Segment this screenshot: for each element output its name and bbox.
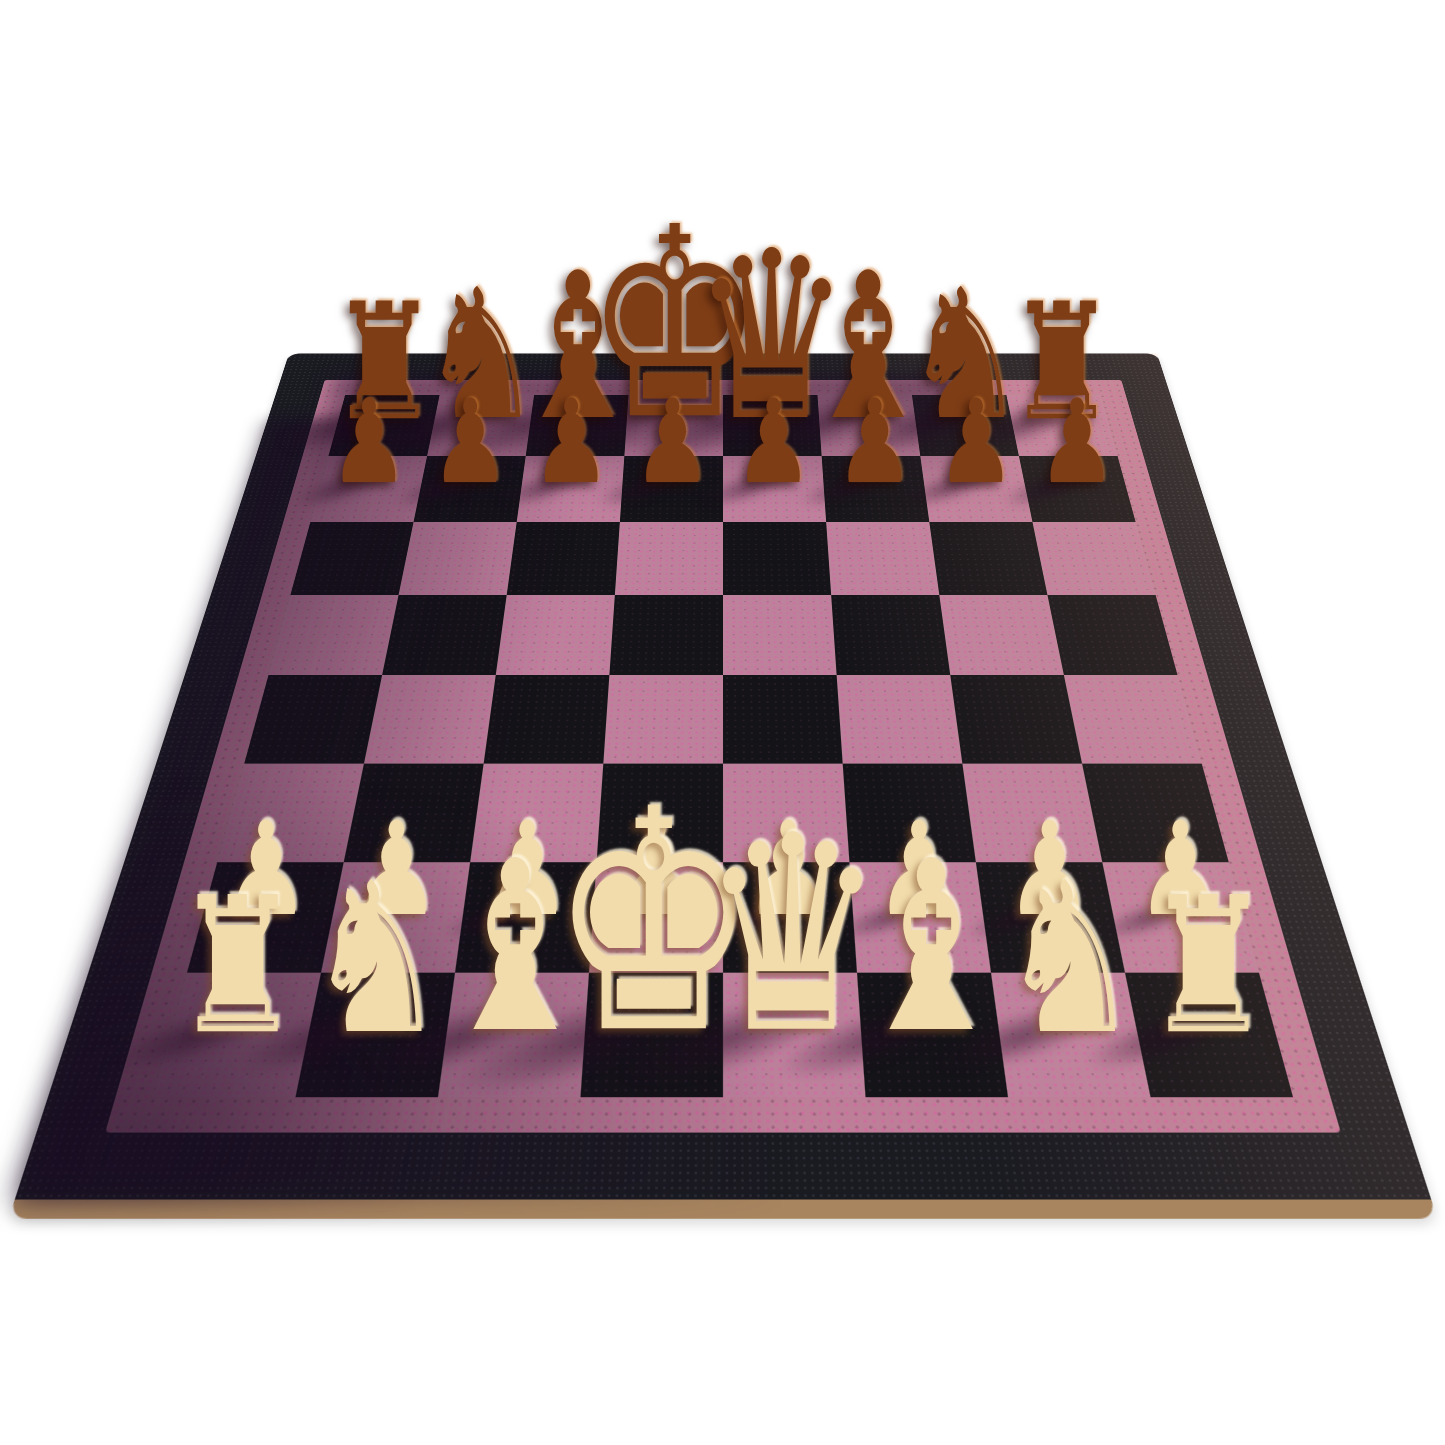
white-rook-glyph: ♜ bbox=[174, 872, 301, 1059]
piece-white-bishop[interactable]: ♝ bbox=[851, 888, 1011, 1066]
piece-black-pawn[interactable]: ♟ bbox=[633, 413, 712, 501]
black-pawn-glyph: ♟ bbox=[330, 385, 409, 501]
board-square[interactable] bbox=[1064, 675, 1202, 764]
board-square[interactable] bbox=[615, 522, 723, 595]
board-square[interactable] bbox=[382, 595, 507, 675]
board-square[interactable] bbox=[837, 675, 963, 764]
black-pawn-glyph: ♟ bbox=[936, 385, 1015, 501]
scene: ♜♞♝♚♛♝♞♜♟♟♟♟♟♟♟♟♟♟♟♟♟♟♟♟♜♞♝♚♛♝♞♜ bbox=[0, 0, 1445, 1445]
black-pawn-glyph: ♟ bbox=[1038, 385, 1117, 501]
board-square[interactable] bbox=[929, 522, 1047, 595]
piece-white-rook[interactable]: ♜ bbox=[1145, 917, 1272, 1059]
white-knight-glyph: ♞ bbox=[999, 854, 1141, 1063]
board-square[interactable] bbox=[399, 522, 517, 595]
board-square[interactable] bbox=[609, 595, 723, 675]
piece-black-pawn[interactable]: ♟ bbox=[1038, 413, 1117, 501]
board-square[interactable] bbox=[723, 522, 831, 595]
board-square[interactable] bbox=[826, 522, 939, 595]
black-pawn-glyph: ♟ bbox=[835, 385, 914, 501]
board-square[interactable] bbox=[950, 675, 1082, 764]
board-square[interactable] bbox=[939, 595, 1064, 675]
board-square[interactable] bbox=[269, 595, 399, 675]
piece-white-rook[interactable]: ♜ bbox=[174, 917, 301, 1059]
board-square[interactable] bbox=[723, 595, 837, 675]
board-square[interactable] bbox=[507, 522, 620, 595]
piece-black-pawn[interactable]: ♟ bbox=[835, 413, 914, 501]
board-square[interactable] bbox=[364, 675, 496, 764]
board-square[interactable] bbox=[1047, 595, 1177, 675]
black-pawn-glyph: ♟ bbox=[431, 385, 510, 501]
white-bishop-glyph: ♝ bbox=[851, 831, 1011, 1066]
piece-black-pawn[interactable]: ♟ bbox=[330, 413, 409, 501]
piece-black-pawn[interactable]: ♟ bbox=[431, 413, 510, 501]
black-pawn-glyph: ♟ bbox=[734, 385, 813, 501]
piece-black-pawn[interactable]: ♟ bbox=[936, 413, 1015, 501]
white-rook-glyph: ♜ bbox=[1145, 872, 1272, 1059]
board-square[interactable] bbox=[244, 675, 382, 764]
white-knight-glyph: ♞ bbox=[305, 854, 447, 1063]
piece-white-knight[interactable]: ♞ bbox=[305, 904, 447, 1062]
board-square[interactable] bbox=[496, 595, 615, 675]
piece-black-pawn[interactable]: ♟ bbox=[734, 413, 813, 501]
piece-white-knight[interactable]: ♞ bbox=[999, 904, 1141, 1062]
board-square[interactable] bbox=[290, 522, 413, 595]
black-pawn-glyph: ♟ bbox=[532, 385, 611, 501]
board-square[interactable] bbox=[1032, 522, 1155, 595]
black-pawn-glyph: ♟ bbox=[633, 385, 712, 501]
piece-black-pawn[interactable]: ♟ bbox=[532, 413, 611, 501]
board-square[interactable] bbox=[831, 595, 950, 675]
